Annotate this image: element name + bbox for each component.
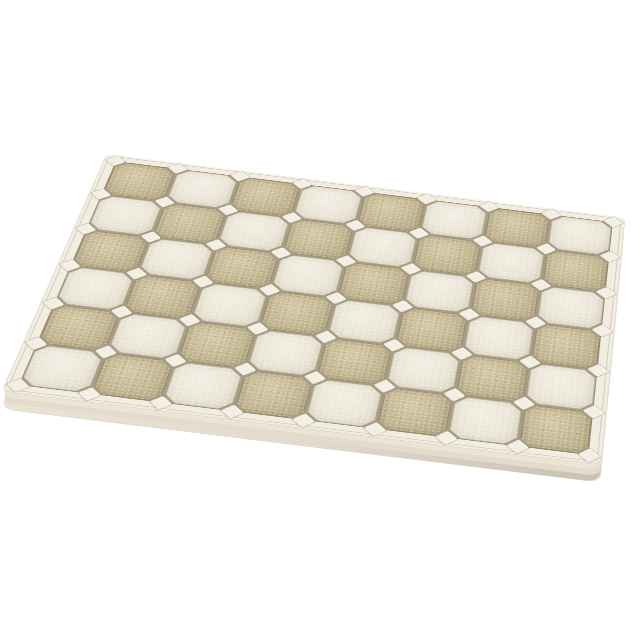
grout-diamond xyxy=(95,345,117,358)
square-r2c2-dark[interactable] xyxy=(153,203,227,244)
grout-diamond xyxy=(506,440,529,454)
grout-diamond xyxy=(364,422,387,436)
square-r1c5-dark[interactable] xyxy=(357,192,425,232)
square-r5c3-dark[interactable] xyxy=(177,321,255,368)
square-r1c8-light[interactable] xyxy=(548,215,612,255)
grout-diamond xyxy=(383,339,405,352)
grout-diamond xyxy=(111,306,133,318)
square-r3c7-dark[interactable] xyxy=(471,278,540,322)
grout-diamond xyxy=(7,379,30,393)
square-r1c7-dark[interactable] xyxy=(484,208,549,248)
square-r1c1-dark[interactable] xyxy=(103,162,176,201)
perspective-camera xyxy=(32,52,640,544)
square-r1c3-dark[interactable] xyxy=(230,177,301,217)
square-r2c8-dark[interactable] xyxy=(543,250,609,292)
square-r5c6-light[interactable] xyxy=(386,346,460,393)
square-r1c4-light[interactable] xyxy=(293,185,362,225)
grout-diamond xyxy=(78,387,101,401)
game-board xyxy=(1,153,625,465)
square-r3c8-light[interactable] xyxy=(537,286,604,330)
grout-diamond xyxy=(443,388,465,401)
square-r4c2-dark[interactable] xyxy=(123,275,201,320)
square-r5c2-light[interactable] xyxy=(108,313,188,359)
square-r2c4-dark[interactable] xyxy=(283,219,354,260)
grout-diamond xyxy=(451,347,473,360)
square-r4c5-light[interactable] xyxy=(327,299,400,344)
square-r6c5-light[interactable] xyxy=(305,379,382,428)
square-r1c2-light[interactable] xyxy=(166,169,238,208)
square-r5c8-light[interactable] xyxy=(526,363,597,411)
grout-diamond xyxy=(25,337,47,350)
square-r2c3-light[interactable] xyxy=(218,211,290,252)
square-r3c3-dark[interactable] xyxy=(205,246,279,289)
square-r4c6-dark[interactable] xyxy=(396,307,468,352)
square-r6c3-light[interactable] xyxy=(163,362,244,411)
square-r3c5-dark[interactable] xyxy=(338,262,410,305)
square-r5c1-dark[interactable] xyxy=(38,305,120,351)
square-r4c7-light[interactable] xyxy=(464,315,534,360)
board-tilt-wrapper xyxy=(7,26,640,640)
grout-diamond xyxy=(513,397,535,410)
grout-diamond xyxy=(374,380,396,393)
square-r5c4-light[interactable] xyxy=(247,330,324,377)
square-r5c5-dark[interactable] xyxy=(317,338,392,385)
grout-diamond xyxy=(43,297,65,309)
grout-diamond xyxy=(164,354,186,367)
square-r4c8-dark[interactable] xyxy=(532,324,601,370)
grout-diamond xyxy=(435,431,458,445)
square-r6c1-light[interactable] xyxy=(20,345,104,393)
square-r2c1-light[interactable] xyxy=(88,195,163,236)
square-r6c4-dark[interactable] xyxy=(234,370,313,419)
square-r2c5-light[interactable] xyxy=(348,226,418,268)
square-r5c7-dark[interactable] xyxy=(456,355,528,402)
grout-diamond xyxy=(519,356,541,369)
square-r1c6-light[interactable] xyxy=(421,200,488,240)
square-r6c8-dark[interactable] xyxy=(519,404,592,454)
grout-diamond xyxy=(247,322,269,335)
square-r3c2-light[interactable] xyxy=(138,238,214,281)
square-r3c1-dark[interactable] xyxy=(72,230,149,273)
square-r3c4-light[interactable] xyxy=(271,254,344,297)
grout-diamond xyxy=(583,405,605,418)
square-r6c7-light[interactable] xyxy=(448,396,522,446)
grout-diamond xyxy=(292,413,315,427)
product-photo-scene xyxy=(0,0,640,640)
square-r2c7-light[interactable] xyxy=(478,242,545,284)
grout-diamond xyxy=(587,364,609,377)
grout-diamond xyxy=(179,314,201,326)
grout-diamond xyxy=(315,331,337,344)
grout-diamond xyxy=(234,363,256,376)
square-r4c3-light[interactable] xyxy=(191,283,267,328)
grout-diamond xyxy=(221,405,244,419)
grout-diamond xyxy=(149,396,172,410)
square-r4c4-dark[interactable] xyxy=(259,291,334,336)
square-r6c2-dark[interactable] xyxy=(91,353,173,402)
square-r6c6-dark[interactable] xyxy=(377,387,453,436)
square-r4c1-light[interactable] xyxy=(55,266,134,310)
square-r3c6-light[interactable] xyxy=(404,270,474,313)
grout-diamond xyxy=(304,371,326,384)
square-r2c6-dark[interactable] xyxy=(413,234,481,276)
grout-diamond xyxy=(578,448,601,462)
